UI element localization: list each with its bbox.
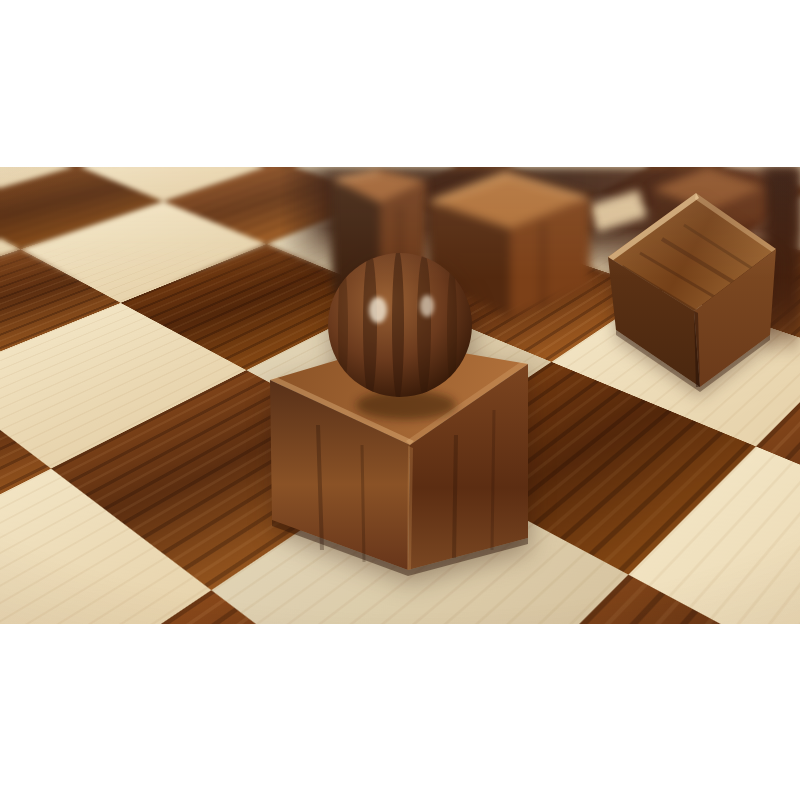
product-photo <box>0 167 800 624</box>
white-margin-top <box>0 0 800 167</box>
piece-cube-right <box>606 191 778 391</box>
piece-queen-cube-ball <box>266 250 530 572</box>
page <box>0 0 800 800</box>
white-margin-bottom <box>0 624 800 800</box>
